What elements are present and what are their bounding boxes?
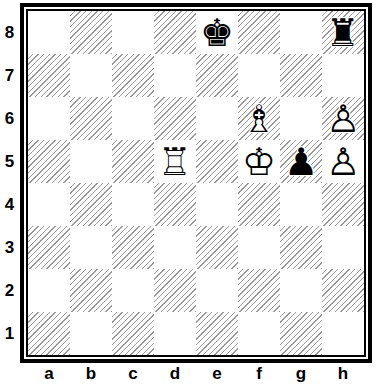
board-frame: ♚♚♜♜♝♗♟♙♜♖♚♔♟♟♟♙ <box>20 3 372 363</box>
square-b3[interactable] <box>70 226 112 269</box>
square-h7[interactable] <box>322 54 364 97</box>
square-f7[interactable] <box>238 54 280 97</box>
square-e3[interactable] <box>196 226 238 269</box>
white-king-fill: ♚ <box>238 140 280 183</box>
rank-label-2: 2 <box>0 269 19 312</box>
black-rook-fill: ♜ <box>322 11 364 54</box>
white-bishop-glyph: ♗ <box>238 97 280 140</box>
rank-label-5: 5 <box>0 140 19 183</box>
square-e6[interactable] <box>196 97 238 140</box>
rank-label-3: 3 <box>0 226 19 269</box>
square-d1[interactable] <box>154 312 196 355</box>
square-g2[interactable] <box>280 269 322 312</box>
square-f2[interactable] <box>238 269 280 312</box>
square-c2[interactable] <box>112 269 154 312</box>
square-f6[interactable]: ♝♗ <box>238 97 280 140</box>
square-h2[interactable] <box>322 269 364 312</box>
square-b1[interactable] <box>70 312 112 355</box>
square-f1[interactable] <box>238 312 280 355</box>
square-b2[interactable] <box>70 269 112 312</box>
white-rook-glyph: ♖ <box>154 140 196 183</box>
white-pawn-fill: ♟ <box>322 140 364 183</box>
piece-black-rook[interactable]: ♜♜ <box>322 11 364 54</box>
square-d6[interactable] <box>154 97 196 140</box>
square-e5[interactable] <box>196 140 238 183</box>
square-e2[interactable] <box>196 269 238 312</box>
square-d2[interactable] <box>154 269 196 312</box>
rank-label-4: 4 <box>0 183 19 226</box>
file-label-d: d <box>154 363 196 385</box>
square-h6[interactable]: ♟♙ <box>322 97 364 140</box>
piece-black-pawn[interactable]: ♟♟ <box>280 140 322 183</box>
square-g5[interactable]: ♟♟ <box>280 140 322 183</box>
file-label-h: h <box>322 363 364 385</box>
square-f4[interactable] <box>238 183 280 226</box>
file-labels: abcdefgh <box>28 363 364 385</box>
black-rook-glyph: ♜ <box>322 11 364 54</box>
file-label-b: b <box>70 363 112 385</box>
rank-label-8: 8 <box>0 11 19 54</box>
black-king-fill: ♚ <box>196 11 238 54</box>
square-b6[interactable] <box>70 97 112 140</box>
rank-label-1: 1 <box>0 312 19 355</box>
rank-label-6: 6 <box>0 97 19 140</box>
square-a2[interactable] <box>28 269 70 312</box>
square-a5[interactable] <box>28 140 70 183</box>
white-king-glyph: ♔ <box>238 140 280 183</box>
square-c4[interactable] <box>112 183 154 226</box>
white-rook-fill: ♜ <box>154 140 196 183</box>
square-c8[interactable] <box>112 11 154 54</box>
square-e7[interactable] <box>196 54 238 97</box>
white-bishop-fill: ♝ <box>238 97 280 140</box>
square-b5[interactable] <box>70 140 112 183</box>
square-d5[interactable]: ♜♖ <box>154 140 196 183</box>
chess-board: ♚♚♜♜♝♗♟♙♜♖♚♔♟♟♟♙ <box>28 11 364 355</box>
square-g7[interactable] <box>280 54 322 97</box>
square-h1[interactable] <box>322 312 364 355</box>
square-a1[interactable] <box>28 312 70 355</box>
square-b7[interactable] <box>70 54 112 97</box>
chess-diagram: 87654321 ♚♚♜♜♝♗♟♙♜♖♚♔♟♟♟♙ abcdefgh <box>0 0 382 386</box>
black-king-glyph: ♚ <box>196 11 238 54</box>
file-label-c: c <box>112 363 154 385</box>
square-c5[interactable] <box>112 140 154 183</box>
piece-black-king[interactable]: ♚♚ <box>196 11 238 54</box>
square-g3[interactable] <box>280 226 322 269</box>
square-c1[interactable] <box>112 312 154 355</box>
square-h3[interactable] <box>322 226 364 269</box>
white-pawn-glyph: ♙ <box>322 140 364 183</box>
square-c6[interactable] <box>112 97 154 140</box>
square-h8[interactable]: ♜♜ <box>322 11 364 54</box>
square-d4[interactable] <box>154 183 196 226</box>
square-d8[interactable] <box>154 11 196 54</box>
square-a4[interactable] <box>28 183 70 226</box>
file-label-a: a <box>28 363 70 385</box>
square-g6[interactable] <box>280 97 322 140</box>
square-a3[interactable] <box>28 226 70 269</box>
piece-white-pawn[interactable]: ♟♙ <box>322 97 364 140</box>
square-e1[interactable] <box>196 312 238 355</box>
rank-labels: 87654321 <box>0 11 19 355</box>
square-e8[interactable]: ♚♚ <box>196 11 238 54</box>
square-b8[interactable] <box>70 11 112 54</box>
square-c7[interactable] <box>112 54 154 97</box>
rank-label-7: 7 <box>0 54 19 97</box>
board-inner-frame: ♚♚♜♜♝♗♟♙♜♖♚♔♟♟♟♙ <box>26 9 366 357</box>
square-g1[interactable] <box>280 312 322 355</box>
file-label-f: f <box>238 363 280 385</box>
file-label-e: e <box>196 363 238 385</box>
square-c3[interactable] <box>112 226 154 269</box>
square-f3[interactable] <box>238 226 280 269</box>
square-h5[interactable]: ♟♙ <box>322 140 364 183</box>
square-e4[interactable] <box>196 183 238 226</box>
square-a6[interactable] <box>28 97 70 140</box>
square-f5[interactable]: ♚♔ <box>238 140 280 183</box>
square-b4[interactable] <box>70 183 112 226</box>
piece-white-king[interactable]: ♚♔ <box>238 140 280 183</box>
square-a7[interactable] <box>28 54 70 97</box>
white-pawn-glyph: ♙ <box>322 97 364 140</box>
file-label-g: g <box>280 363 322 385</box>
square-a8[interactable] <box>28 11 70 54</box>
piece-white-pawn[interactable]: ♟♙ <box>322 140 364 183</box>
black-pawn-glyph: ♟ <box>280 140 322 183</box>
square-f8[interactable] <box>238 11 280 54</box>
square-g8[interactable] <box>280 11 322 54</box>
square-d7[interactable] <box>154 54 196 97</box>
square-g4[interactable] <box>280 183 322 226</box>
white-pawn-fill: ♟ <box>322 97 364 140</box>
black-pawn-fill: ♟ <box>280 140 322 183</box>
square-h4[interactable] <box>322 183 364 226</box>
piece-white-rook[interactable]: ♜♖ <box>154 140 196 183</box>
square-d3[interactable] <box>154 226 196 269</box>
piece-white-bishop[interactable]: ♝♗ <box>238 97 280 140</box>
